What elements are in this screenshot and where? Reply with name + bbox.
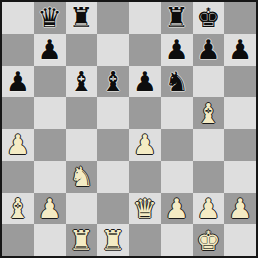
square-f2[interactable]: ♟: [161, 193, 193, 225]
square-e3[interactable]: [129, 161, 161, 193]
square-d6[interactable]: ♝: [97, 66, 129, 98]
square-d8[interactable]: [97, 2, 129, 34]
piece-black-rook-c8[interactable]: ♜: [69, 2, 93, 33]
piece-black-pawn-h7[interactable]: ♟: [228, 34, 252, 65]
piece-white-pawn-f2[interactable]: ♟: [165, 193, 189, 224]
piece-white-king-g1[interactable]: ♚: [196, 225, 220, 256]
square-f6[interactable]: ♞: [161, 66, 193, 98]
piece-white-pawn-g2[interactable]: ♟: [196, 193, 220, 224]
piece-black-queen-b8[interactable]: ♛: [38, 2, 62, 33]
square-a4[interactable]: ♟: [2, 129, 34, 161]
square-d2[interactable]: [97, 193, 129, 225]
piece-black-pawn-g7[interactable]: ♟: [196, 34, 220, 65]
square-b8[interactable]: ♛: [34, 2, 66, 34]
square-e5[interactable]: [129, 97, 161, 129]
square-h7[interactable]: ♟: [224, 34, 256, 66]
square-h8[interactable]: [224, 2, 256, 34]
square-f5[interactable]: [161, 97, 193, 129]
square-b4[interactable]: [34, 129, 66, 161]
piece-white-rook-d1[interactable]: ♜: [101, 225, 125, 256]
square-f3[interactable]: [161, 161, 193, 193]
square-g8[interactable]: ♚: [193, 2, 225, 34]
square-e8[interactable]: [129, 2, 161, 34]
square-h4[interactable]: [224, 129, 256, 161]
square-g4[interactable]: [193, 129, 225, 161]
square-a5[interactable]: [2, 97, 34, 129]
square-g2[interactable]: ♟: [193, 193, 225, 225]
square-a8[interactable]: [2, 2, 34, 34]
square-a3[interactable]: [2, 161, 34, 193]
square-g3[interactable]: [193, 161, 225, 193]
piece-white-rook-c1[interactable]: ♜: [69, 225, 93, 256]
square-a6[interactable]: ♟: [2, 66, 34, 98]
square-f8[interactable]: ♜: [161, 2, 193, 34]
piece-white-bishop-a2[interactable]: ♝: [6, 193, 30, 224]
square-d4[interactable]: [97, 129, 129, 161]
square-d1[interactable]: ♜: [97, 224, 129, 256]
square-c2[interactable]: [66, 193, 98, 225]
square-b2[interactable]: ♟: [34, 193, 66, 225]
piece-white-queen-e2[interactable]: ♛: [133, 193, 157, 224]
square-c4[interactable]: [66, 129, 98, 161]
square-g1[interactable]: ♚: [193, 224, 225, 256]
piece-white-pawn-h2[interactable]: ♟: [228, 193, 252, 224]
piece-white-pawn-b2[interactable]: ♟: [38, 193, 62, 224]
square-g6[interactable]: [193, 66, 225, 98]
square-b1[interactable]: [34, 224, 66, 256]
square-e6[interactable]: ♟: [129, 66, 161, 98]
piece-black-bishop-c6[interactable]: ♝: [69, 66, 93, 97]
square-g5[interactable]: ♝: [193, 97, 225, 129]
square-d3[interactable]: [97, 161, 129, 193]
square-h2[interactable]: ♟: [224, 193, 256, 225]
piece-black-pawn-b7[interactable]: ♟: [38, 34, 62, 65]
piece-black-king-g8[interactable]: ♚: [196, 2, 220, 33]
square-c5[interactable]: [66, 97, 98, 129]
square-e7[interactable]: [129, 34, 161, 66]
square-f7[interactable]: ♟: [161, 34, 193, 66]
square-c6[interactable]: ♝: [66, 66, 98, 98]
chess-board: ♛♜♜♚♟♟♟♟♟♝♝♟♞♝♟♟♞♝♟♛♟♟♟♜♜♚: [2, 2, 256, 256]
square-d7[interactable]: [97, 34, 129, 66]
square-h6[interactable]: [224, 66, 256, 98]
square-a7[interactable]: [2, 34, 34, 66]
square-c8[interactable]: ♜: [66, 2, 98, 34]
square-f1[interactable]: [161, 224, 193, 256]
piece-black-bishop-d6[interactable]: ♝: [101, 66, 125, 97]
square-b6[interactable]: [34, 66, 66, 98]
piece-white-knight-c3[interactable]: ♞: [69, 161, 93, 192]
piece-black-knight-f6[interactable]: ♞: [165, 66, 189, 97]
square-h3[interactable]: [224, 161, 256, 193]
piece-black-pawn-f7[interactable]: ♟: [165, 34, 189, 65]
square-b5[interactable]: [34, 97, 66, 129]
square-h1[interactable]: [224, 224, 256, 256]
chess-board-frame: ♛♜♜♚♟♟♟♟♟♝♝♟♞♝♟♟♞♝♟♛♟♟♟♜♜♚: [0, 0, 258, 258]
square-g7[interactable]: ♟: [193, 34, 225, 66]
square-c7[interactable]: [66, 34, 98, 66]
square-a2[interactable]: ♝: [2, 193, 34, 225]
square-e2[interactable]: ♛: [129, 193, 161, 225]
square-b7[interactable]: ♟: [34, 34, 66, 66]
square-e1[interactable]: [129, 224, 161, 256]
square-a1[interactable]: [2, 224, 34, 256]
square-e4[interactable]: ♟: [129, 129, 161, 161]
square-b3[interactable]: [34, 161, 66, 193]
piece-white-pawn-a4[interactable]: ♟: [6, 129, 30, 160]
piece-black-pawn-a6[interactable]: ♟: [6, 66, 30, 97]
piece-black-pawn-e6[interactable]: ♟: [133, 66, 157, 97]
square-c3[interactable]: ♞: [66, 161, 98, 193]
piece-white-pawn-e4[interactable]: ♟: [133, 129, 157, 160]
piece-white-bishop-g5[interactable]: ♝: [196, 98, 220, 129]
square-f4[interactable]: [161, 129, 193, 161]
square-h5[interactable]: [224, 97, 256, 129]
square-d5[interactable]: [97, 97, 129, 129]
piece-black-rook-f8[interactable]: ♜: [165, 2, 189, 33]
square-c1[interactable]: ♜: [66, 224, 98, 256]
